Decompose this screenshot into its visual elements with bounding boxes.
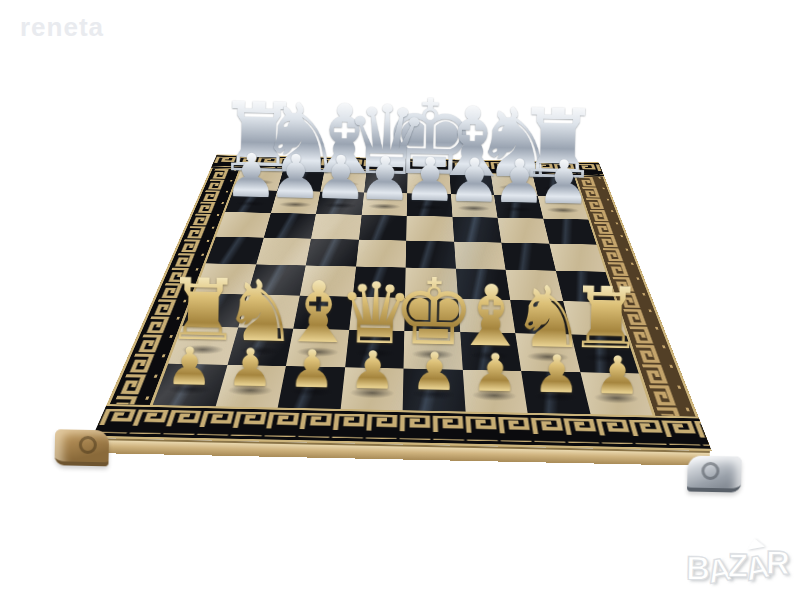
square-e6 [406,216,454,242]
square-c8 [320,171,366,192]
square-c2 [286,329,349,367]
square-e2 [404,331,463,370]
reneta-watermark: reneta [20,12,104,43]
square-f6 [452,217,501,243]
square-h4 [555,271,615,302]
square-g7 [494,195,543,219]
square-g8 [491,174,538,196]
chess-set-photo: ♜♞♝♛♚♝♞♜♟♟♟♟♟♟♟♟♜♞♝♛♚♝♞♜♟♟♟♟♟♟♟♟ [92,0,721,465]
square-d4 [352,267,405,298]
board-squares [153,169,653,415]
square-f8 [449,173,494,195]
square-b4 [247,264,305,295]
square-c5 [306,238,359,266]
square-e1 [403,368,465,411]
square-a8 [234,169,283,190]
square-g1 [521,371,590,414]
square-g2 [515,333,580,372]
square-a4 [195,263,256,294]
square-g3 [510,300,571,335]
square-a6 [216,212,271,237]
square-a5 [206,236,264,264]
square-f5 [454,241,506,269]
square-h5 [549,243,606,271]
square-f2 [460,332,521,371]
square-g6 [498,218,549,244]
square-e3 [404,298,460,333]
square-d3 [349,296,405,330]
square-g5 [501,242,555,270]
square-d6 [359,215,407,241]
square-g4 [506,270,563,301]
square-h6 [543,219,597,245]
square-b2 [227,327,293,365]
bazar-logo-text: BAZAR [685,544,800,590]
square-d2 [345,330,405,368]
square-e7 [407,193,452,216]
chess-board: ♜♞♝♛♚♝♞♜♟♟♟♟♟♟♟♟♜♞♝♛♚♝♞♜♟♟♟♟♟♟♟♟ [92,155,712,451]
square-e4 [405,268,458,299]
bazar-logo: BAZAR [685,544,800,590]
square-f1 [462,369,527,412]
square-f4 [456,269,511,300]
square-e8 [407,173,450,195]
square-b6 [264,213,316,239]
square-f7 [451,194,498,218]
corner-foot-right [687,455,742,492]
square-a7 [225,190,277,213]
corner-foot-left [54,429,109,466]
square-c1 [278,366,345,409]
square-c7 [316,191,364,214]
square-e5 [406,240,456,268]
square-f3 [458,299,516,334]
square-d8 [364,172,408,194]
square-b7 [271,190,321,213]
square-h7 [537,196,588,220]
square-a2 [168,326,237,364]
square-a3 [182,293,247,327]
square-b5 [256,237,311,265]
square-h3 [563,301,627,336]
square-b8 [277,170,324,191]
square-c6 [311,214,361,240]
square-b1 [215,365,286,408]
square-b3 [238,294,300,328]
square-h8 [532,175,580,197]
square-c3 [293,295,352,329]
square-d1 [340,367,403,410]
square-c4 [300,265,356,296]
square-d5 [356,239,407,267]
square-d7 [361,192,407,215]
